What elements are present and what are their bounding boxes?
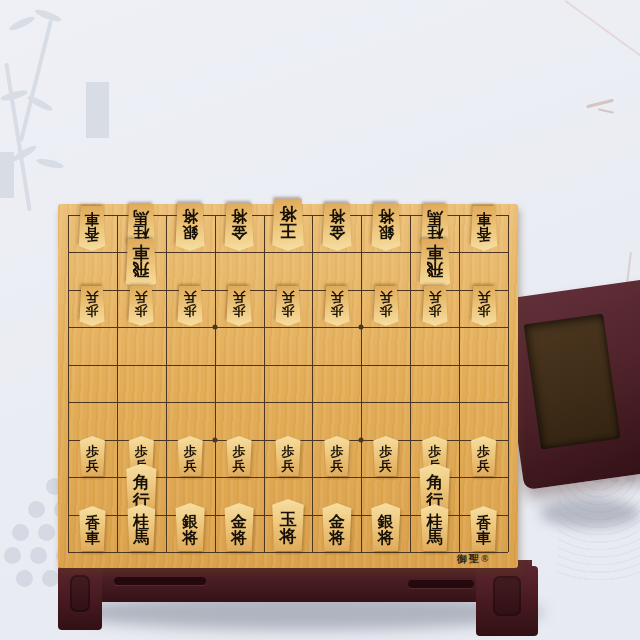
piece-pawn-sente[interactable]: 歩兵 bbox=[171, 436, 209, 476]
piece-pawn-gote[interactable]: 歩兵 bbox=[367, 286, 405, 326]
board-cell-r5c4[interactable] bbox=[215, 365, 264, 402]
piece-pawn-gote[interactable]: 歩兵 bbox=[465, 286, 503, 326]
board-cell-r5c6[interactable] bbox=[312, 365, 361, 402]
grid-line bbox=[68, 552, 508, 553]
piece-pawn-gote[interactable]: 歩兵 bbox=[416, 286, 454, 326]
piece-kanji: 銀将 bbox=[364, 503, 408, 551]
drawer-slot-groove bbox=[114, 577, 206, 585]
board-cell-r4c4[interactable] bbox=[215, 327, 264, 364]
board-cell-r2c5[interactable] bbox=[264, 252, 313, 289]
board-cell-r6c4[interactable] bbox=[215, 402, 264, 439]
piece-pawn-sente[interactable]: 歩兵 bbox=[465, 436, 503, 476]
piece-kanji: 歩兵 bbox=[171, 436, 209, 476]
board-cell-r6c9[interactable] bbox=[459, 402, 508, 439]
piece-king-sente[interactable]: 玉将 bbox=[264, 499, 312, 551]
board-grid: 香車桂馬銀将金将王将金将銀将桂馬香車飛車飛車歩兵歩兵歩兵歩兵歩兵歩兵歩兵歩兵歩兵… bbox=[68, 215, 508, 552]
piece-kanji: 歩兵 bbox=[171, 286, 209, 326]
shogi-board: 香車桂馬銀将金将王将金将銀将桂馬香車飛車飛車歩兵歩兵歩兵歩兵歩兵歩兵歩兵歩兵歩兵… bbox=[58, 204, 518, 568]
board-cell-r5c5[interactable] bbox=[264, 365, 313, 402]
maker-stamp: 御聖® bbox=[456, 551, 490, 566]
piece-knight-sente[interactable]: 桂馬 bbox=[120, 504, 162, 551]
piece-silver-sente[interactable]: 銀将 bbox=[364, 503, 408, 551]
board-cell-r5c2[interactable] bbox=[117, 365, 166, 402]
piece-kanji: 金将 bbox=[315, 203, 359, 251]
piece-pawn-sente[interactable]: 歩兵 bbox=[367, 436, 405, 476]
board-cell-r4c5[interactable] bbox=[264, 327, 313, 364]
piece-kanji: 飛車 bbox=[412, 239, 458, 289]
piece-knight-sente[interactable]: 桂馬 bbox=[414, 504, 456, 551]
piece-gold-sente[interactable]: 金将 bbox=[217, 503, 261, 551]
stand-leg-left bbox=[58, 566, 102, 630]
twig-watermark bbox=[598, 108, 614, 113]
piece-kanji: 王将 bbox=[264, 199, 312, 251]
board-cell-r2c6[interactable] bbox=[312, 252, 361, 289]
piece-kanji: 桂馬 bbox=[414, 504, 456, 551]
piece-king-gote[interactable]: 王将 bbox=[264, 199, 312, 251]
board-cell-r4c2[interactable] bbox=[117, 327, 166, 364]
piece-pawn-gote[interactable]: 歩兵 bbox=[269, 286, 307, 326]
piece-kanji: 金将 bbox=[217, 503, 261, 551]
piece-kanji: 歩兵 bbox=[73, 436, 111, 476]
piece-kanji: 玉将 bbox=[264, 499, 312, 551]
piece-kanji: 香車 bbox=[464, 506, 504, 551]
piece-pawn-gote[interactable]: 歩兵 bbox=[73, 286, 111, 326]
piece-kanji: 歩兵 bbox=[465, 436, 503, 476]
board-cell-r6c1[interactable] bbox=[68, 402, 117, 439]
piece-gold-sente[interactable]: 金将 bbox=[315, 503, 359, 551]
board-cell-r6c5[interactable] bbox=[264, 402, 313, 439]
piece-kanji: 歩兵 bbox=[416, 286, 454, 326]
piece-pawn-gote[interactable]: 歩兵 bbox=[318, 286, 356, 326]
board-cell-r6c7[interactable] bbox=[361, 402, 410, 439]
board-cell-r5c9[interactable] bbox=[459, 365, 508, 402]
board-cell-r6c6[interactable] bbox=[312, 402, 361, 439]
board-cell-r5c8[interactable] bbox=[410, 365, 459, 402]
board-cell-r2c1[interactable] bbox=[68, 252, 117, 289]
board-cell-r4c7[interactable] bbox=[361, 327, 410, 364]
piece-pawn-sente[interactable]: 歩兵 bbox=[318, 436, 356, 476]
piece-kanji: 歩兵 bbox=[269, 286, 307, 326]
board-cell-r2c9[interactable] bbox=[459, 252, 508, 289]
piece-kanji: 歩兵 bbox=[220, 436, 258, 476]
stand-leg-right bbox=[476, 566, 538, 636]
twig-watermark bbox=[586, 99, 614, 109]
piece-rook-gote[interactable]: 飛車 bbox=[118, 239, 164, 289]
piece-kanji: 歩兵 bbox=[318, 286, 356, 326]
piece-gold-gote[interactable]: 金将 bbox=[315, 203, 359, 251]
piece-lance-gote[interactable]: 香車 bbox=[464, 206, 504, 251]
drawer-felt-lining bbox=[524, 314, 621, 450]
piece-kanji: 歩兵 bbox=[269, 436, 307, 476]
piece-kanji: 香車 bbox=[72, 506, 112, 551]
piece-kanji: 歩兵 bbox=[122, 286, 160, 326]
board-cell-r4c9[interactable] bbox=[459, 327, 508, 364]
piece-pawn-gote[interactable]: 歩兵 bbox=[220, 286, 258, 326]
piece-kanji: 銀将 bbox=[168, 203, 212, 251]
scene: 香車桂馬銀将金将王将金将銀将桂馬香車飛車飛車歩兵歩兵歩兵歩兵歩兵歩兵歩兵歩兵歩兵… bbox=[0, 0, 640, 640]
board-cell-r5c1[interactable] bbox=[68, 365, 117, 402]
board-cell-r6c3[interactable] bbox=[166, 402, 215, 439]
piece-kanji: 歩兵 bbox=[318, 436, 356, 476]
piece-kanji: 銀将 bbox=[364, 203, 408, 251]
board-cell-r4c8[interactable] bbox=[410, 327, 459, 364]
board-cell-r6c8[interactable] bbox=[410, 402, 459, 439]
piece-kanji: 金将 bbox=[315, 503, 359, 551]
piece-gold-gote[interactable]: 金将 bbox=[217, 203, 261, 251]
piece-lance-sente[interactable]: 香車 bbox=[72, 506, 112, 551]
piece-silver-gote[interactable]: 銀将 bbox=[168, 203, 212, 251]
board-cell-r4c1[interactable] bbox=[68, 327, 117, 364]
piece-pawn-sente[interactable]: 歩兵 bbox=[220, 436, 258, 476]
piece-kanji: 香車 bbox=[72, 206, 112, 251]
piece-kanji: 飛車 bbox=[118, 239, 164, 289]
board-cell-r4c6[interactable] bbox=[312, 327, 361, 364]
piece-kanji: 桂馬 bbox=[120, 504, 162, 551]
marble-streak bbox=[565, 0, 640, 58]
drawer-slot-groove bbox=[408, 580, 474, 588]
piece-pawn-gote[interactable]: 歩兵 bbox=[171, 286, 209, 326]
piece-silver-gote[interactable]: 銀将 bbox=[364, 203, 408, 251]
board-cell-r5c3[interactable] bbox=[166, 365, 215, 402]
piece-rook-gote[interactable]: 飛車 bbox=[412, 239, 458, 289]
board-cell-r6c2[interactable] bbox=[117, 402, 166, 439]
piece-kanji: 金将 bbox=[217, 203, 261, 251]
board-cell-r5c7[interactable] bbox=[361, 365, 410, 402]
piece-pawn-sente[interactable]: 歩兵 bbox=[73, 436, 111, 476]
piece-kanji: 歩兵 bbox=[367, 436, 405, 476]
piece-kanji: 歩兵 bbox=[367, 286, 405, 326]
piece-lance-gote[interactable]: 香車 bbox=[72, 206, 112, 251]
board-cell-r2c7[interactable] bbox=[361, 252, 410, 289]
piece-kanji: 歩兵 bbox=[465, 286, 503, 326]
piece-drawer[interactable] bbox=[498, 267, 640, 490]
piece-pawn-sente[interactable]: 歩兵 bbox=[269, 436, 307, 476]
piece-kanji: 歩兵 bbox=[73, 286, 111, 326]
board-cell-r4c3[interactable] bbox=[166, 327, 215, 364]
piece-lance-sente[interactable]: 香車 bbox=[464, 506, 504, 551]
piece-silver-sente[interactable]: 銀将 bbox=[168, 503, 212, 551]
drawer-shadow bbox=[540, 498, 640, 528]
board-cell-r2c3[interactable] bbox=[166, 252, 215, 289]
piece-kanji: 香車 bbox=[464, 206, 504, 251]
piece-kanji: 歩兵 bbox=[220, 286, 258, 326]
piece-kanji: 銀将 bbox=[168, 503, 212, 551]
board-cell-r2c4[interactable] bbox=[215, 252, 264, 289]
piece-pawn-gote[interactable]: 歩兵 bbox=[122, 286, 160, 326]
grid-line bbox=[508, 215, 509, 552]
